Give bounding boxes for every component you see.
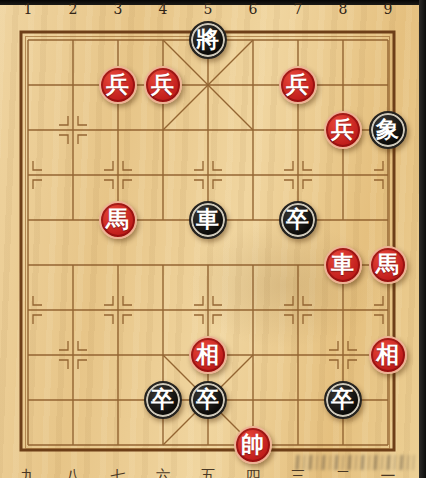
piece-black-soldier[interactable]: 卒 (189, 381, 227, 419)
piece-black-soldier[interactable]: 卒 (279, 201, 317, 239)
piece-red-soldier[interactable]: 兵 (324, 111, 362, 149)
piece-red-horse[interactable]: 馬 (99, 201, 137, 239)
file-label-top-3: 3 (108, 1, 128, 17)
piece-black-soldier[interactable]: 卒 (324, 381, 362, 419)
file-label-bottom-9: 九 (18, 467, 38, 478)
piece-red-horse[interactable]: 馬 (369, 246, 407, 284)
piece-red-soldier[interactable]: 兵 (99, 66, 137, 104)
file-label-top-9: 9 (378, 1, 398, 17)
file-label-bottom-8: 八 (63, 467, 83, 478)
file-label-top-2: 2 (63, 1, 83, 17)
piece-red-elephant[interactable]: 相 (189, 336, 227, 374)
piece-black-elephant[interactable]: 象 (369, 111, 407, 149)
piece-black-general[interactable]: 將 (189, 21, 227, 59)
file-label-top-7: 7 (288, 1, 308, 17)
file-label-bottom-6: 六 (153, 467, 173, 478)
watermark (295, 455, 414, 470)
file-label-bottom-4: 四 (243, 467, 263, 478)
piece-black-soldier[interactable]: 卒 (144, 381, 182, 419)
piece-red-chariot[interactable]: 車 (324, 246, 362, 284)
xiangqi-board[interactable]: 將兵兵兵兵象馬車卒車馬相相卒卒卒帥 (5, 17, 410, 467)
piece-red-elephant[interactable]: 相 (369, 336, 407, 374)
piece-red-general[interactable]: 帥 (234, 426, 272, 464)
file-label-top-8: 8 (333, 1, 353, 17)
file-label-bottom-5: 五 (198, 467, 218, 478)
file-label-top-4: 4 (153, 1, 173, 17)
piece-black-chariot[interactable]: 車 (189, 201, 227, 239)
piece-red-soldier[interactable]: 兵 (144, 66, 182, 104)
file-label-top-6: 6 (243, 1, 263, 17)
piece-red-soldier[interactable]: 兵 (279, 66, 317, 104)
file-label-top-5: 5 (198, 1, 218, 17)
xiangqi-board-screenshot: 1 2 3 4 5 6 7 8 9 九 八 七 六 五 四 三 二 一 將兵兵兵… (0, 0, 426, 478)
file-label-bottom-7: 七 (108, 467, 128, 478)
file-label-top-1: 1 (18, 1, 38, 17)
photo-right-edge (419, 0, 426, 478)
